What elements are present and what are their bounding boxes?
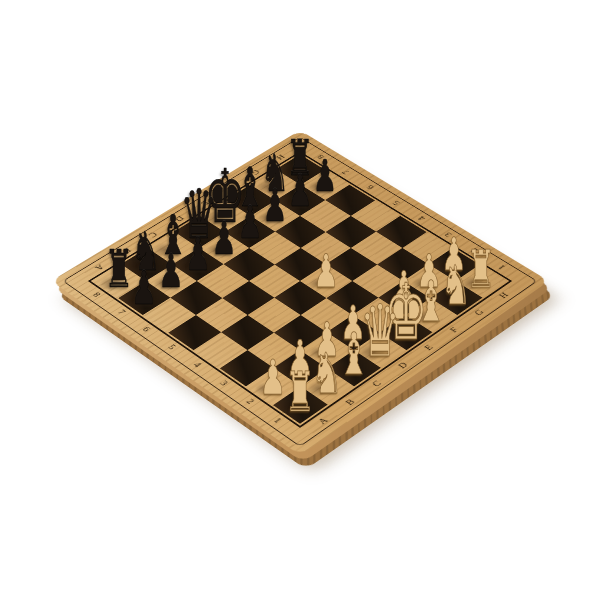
product-photo-stage: AABBCCDDEEFFGGHH1122334455667788 ♜♞♝♛♚♝♞…	[0, 0, 600, 600]
chess-board: AABBCCDDEEFFGGHH1122334455667788	[51, 130, 549, 455]
board-inner-frame-line	[88, 151, 512, 428]
